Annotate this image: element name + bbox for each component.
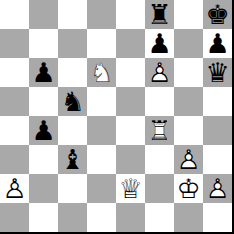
white-pawn-h2: ♟♙ [203, 174, 232, 203]
white-piece-outline: ♖ [147, 116, 171, 145]
square-b2[interactable] [29, 174, 58, 203]
square-c3[interactable]: ♝ [58, 145, 87, 174]
square-b6[interactable]: ♟ [29, 58, 58, 87]
square-e1[interactable] [116, 203, 145, 232]
white-piece-outline: ♙ [2, 174, 26, 203]
square-a1[interactable] [0, 203, 29, 232]
square-d5[interactable] [87, 87, 116, 116]
square-f6[interactable]: ♟♙ [145, 58, 174, 87]
black-pawn-b6: ♟ [29, 58, 58, 87]
square-h7[interactable]: ♟ [203, 29, 232, 58]
square-g7[interactable] [174, 29, 203, 58]
white-piece-outline: ♔ [176, 174, 200, 203]
square-e7[interactable] [116, 29, 145, 58]
square-a2[interactable]: ♟♙ [0, 174, 29, 203]
square-c5[interactable]: ♞ [58, 87, 87, 116]
square-d2[interactable] [87, 174, 116, 203]
black-king-h8: ♚ [203, 0, 232, 29]
square-c7[interactable] [58, 29, 87, 58]
square-f8[interactable]: ♜ [145, 0, 174, 29]
black-queen-h6: ♛ [203, 58, 232, 87]
white-queen-e2: ♛♕ [116, 174, 145, 203]
square-f1[interactable] [145, 203, 174, 232]
square-h5[interactable] [203, 87, 232, 116]
square-g4[interactable] [174, 116, 203, 145]
square-g5[interactable] [174, 87, 203, 116]
square-c1[interactable] [58, 203, 87, 232]
white-knight-d6: ♞♘ [87, 58, 116, 87]
square-h3[interactable] [203, 145, 232, 174]
black-bishop-c3: ♝ [58, 145, 87, 174]
square-d4[interactable] [87, 116, 116, 145]
square-g1[interactable] [174, 203, 203, 232]
square-b5[interactable] [29, 87, 58, 116]
square-g2[interactable]: ♚♔ [174, 174, 203, 203]
white-piece-outline: ♙ [147, 58, 171, 87]
square-a6[interactable] [0, 58, 29, 87]
square-h1[interactable] [203, 203, 232, 232]
chess-diagram: ♜♚♟♟♟♞♘♟♙♛♞♟♜♖♝♟♙♟♙♛♕♚♔♟♙ [0, 0, 234, 234]
square-e3[interactable] [116, 145, 145, 174]
square-f4[interactable]: ♜♖ [145, 116, 174, 145]
square-f5[interactable] [145, 87, 174, 116]
square-h4[interactable] [203, 116, 232, 145]
square-f2[interactable] [145, 174, 174, 203]
square-h6[interactable]: ♛ [203, 58, 232, 87]
white-pawn-g3: ♟♙ [174, 145, 203, 174]
square-b3[interactable] [29, 145, 58, 174]
white-pawn-a2: ♟♙ [0, 174, 29, 203]
square-g3[interactable]: ♟♙ [174, 145, 203, 174]
square-e8[interactable] [116, 0, 145, 29]
square-c8[interactable] [58, 0, 87, 29]
square-f7[interactable]: ♟ [145, 29, 174, 58]
square-d8[interactable] [87, 0, 116, 29]
white-rook-f4: ♜♖ [145, 116, 174, 145]
white-piece-outline: ♙ [205, 174, 229, 203]
square-g8[interactable] [174, 0, 203, 29]
square-e5[interactable] [116, 87, 145, 116]
white-piece-outline: ♕ [118, 174, 142, 203]
square-c2[interactable] [58, 174, 87, 203]
square-d6[interactable]: ♞♘ [87, 58, 116, 87]
square-d7[interactable] [87, 29, 116, 58]
square-e2[interactable]: ♛♕ [116, 174, 145, 203]
square-a7[interactable] [0, 29, 29, 58]
square-a5[interactable] [0, 87, 29, 116]
white-pawn-f6: ♟♙ [145, 58, 174, 87]
square-d1[interactable] [87, 203, 116, 232]
square-e6[interactable] [116, 58, 145, 87]
white-piece-outline: ♙ [176, 145, 200, 174]
black-pawn-b4: ♟ [29, 116, 58, 145]
square-a8[interactable] [0, 0, 29, 29]
black-pawn-h7: ♟ [203, 29, 232, 58]
black-rook-f8: ♜ [145, 0, 174, 29]
square-a4[interactable] [0, 116, 29, 145]
square-b1[interactable] [29, 203, 58, 232]
white-king-g2: ♚♔ [174, 174, 203, 203]
square-a3[interactable] [0, 145, 29, 174]
square-c6[interactable] [58, 58, 87, 87]
square-c4[interactable] [58, 116, 87, 145]
chess-board: ♜♚♟♟♟♞♘♟♙♛♞♟♜♖♝♟♙♟♙♛♕♚♔♟♙ [0, 0, 234, 234]
square-e4[interactable] [116, 116, 145, 145]
square-b8[interactable] [29, 0, 58, 29]
square-d3[interactable] [87, 145, 116, 174]
square-b7[interactable] [29, 29, 58, 58]
square-h2[interactable]: ♟♙ [203, 174, 232, 203]
square-b4[interactable]: ♟ [29, 116, 58, 145]
black-knight-c5: ♞ [58, 87, 87, 116]
square-h8[interactable]: ♚ [203, 0, 232, 29]
square-f3[interactable] [145, 145, 174, 174]
square-g6[interactable] [174, 58, 203, 87]
white-piece-outline: ♘ [89, 58, 113, 87]
black-pawn-f7: ♟ [145, 29, 174, 58]
